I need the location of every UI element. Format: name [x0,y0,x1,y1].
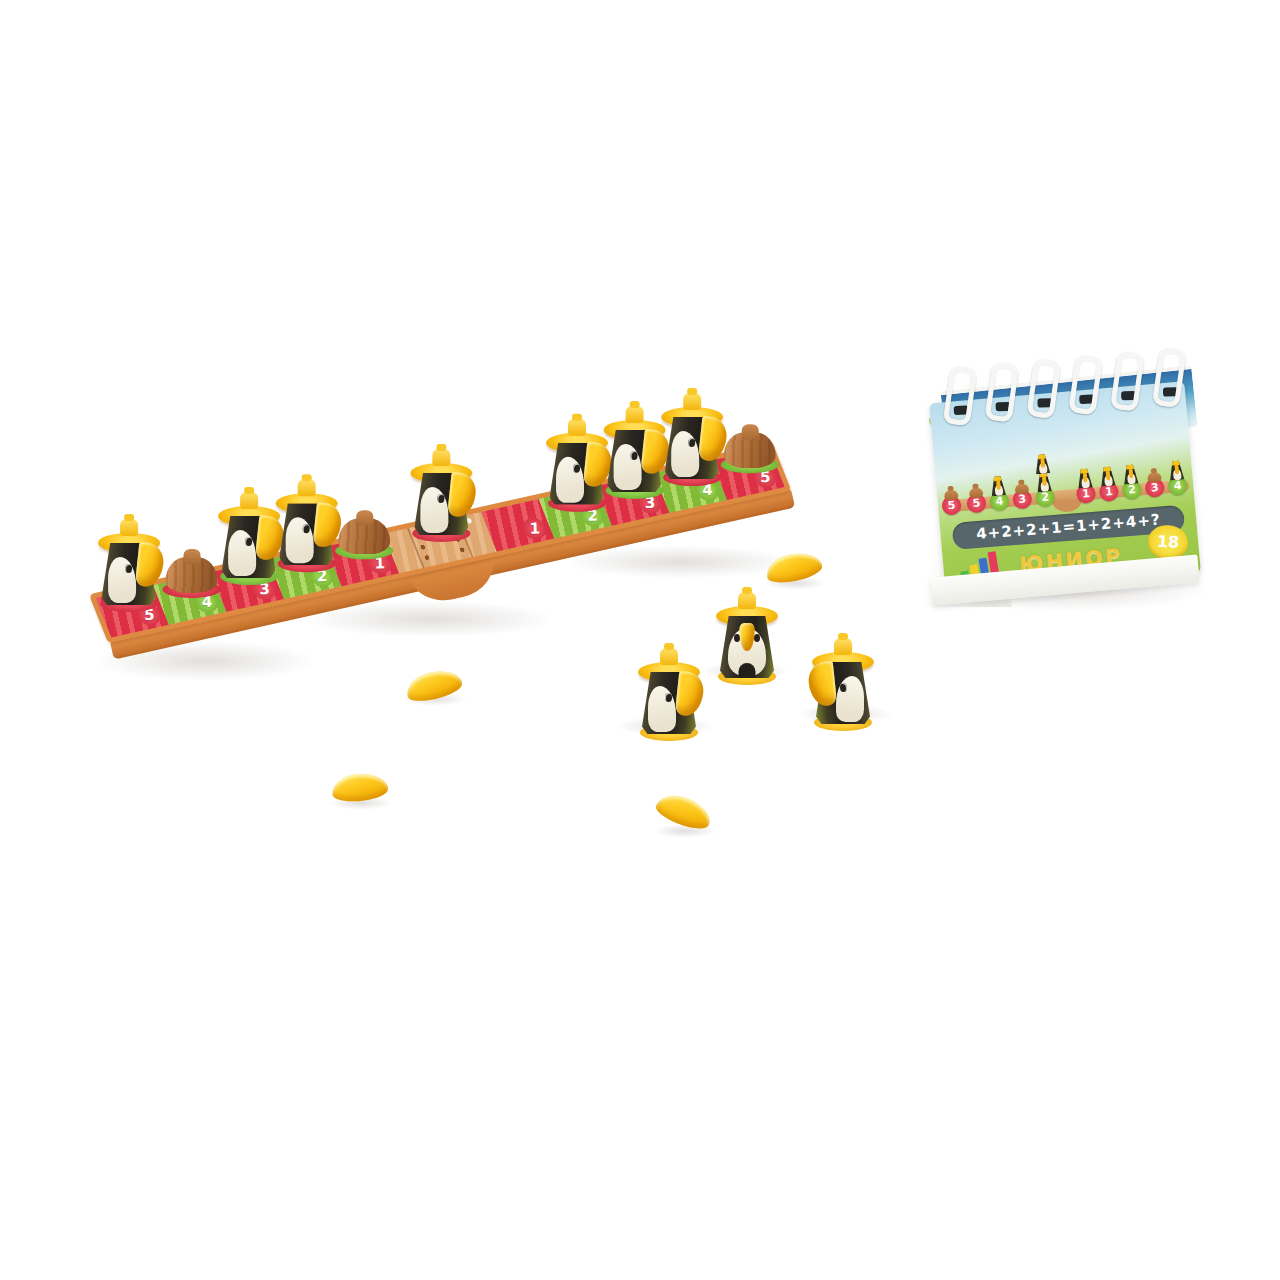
toucan-piece[interactable] [98,525,160,605]
diagram-number: 5 [972,497,981,509]
mini-beak-icon [1128,468,1133,478]
spiral-binding-loop-icon [1026,358,1061,419]
mini-toucan-icon [1167,459,1185,481]
diagram-number: 4 [1173,480,1182,492]
mini-stump-icon [1014,483,1029,494]
diagram-slot: 5 [963,461,987,520]
toucan-hat-knob-icon [834,638,852,655]
mini-beak-icon [1105,470,1110,480]
diagram-number: 1 [1105,486,1114,498]
toucan-piece[interactable] [603,412,665,492]
toucan-hat-knob-icon [660,648,678,665]
toucan-piece[interactable] [275,485,337,565]
mini-stump-icon [943,489,958,500]
mini-toucan-icon [1122,463,1140,485]
diagram-piece [1097,446,1116,487]
toucan-hat-knob-icon [738,592,756,609]
diagram-slot: 1 [1096,450,1120,509]
diagram-piece [1143,442,1162,483]
diagram-number: 3 [1151,482,1160,494]
toucan-piece[interactable] [410,455,472,535]
stump-piece[interactable] [338,510,390,554]
diagram-piece [965,457,984,498]
mini-beak-icon [1082,472,1087,482]
mini-beak-icon [1040,458,1045,468]
puzzle-booklet[interactable]: 5 4 [895,340,1215,605]
diagram-slot: 3 [1142,446,1166,505]
diagram-slot: 3 [1009,457,1033,516]
toucan-piece[interactable] [546,425,608,505]
diagram-piece [1166,440,1185,481]
loose-toucan-piece[interactable] [638,648,700,728]
diagram-number: 4 [995,495,1004,507]
diagram-piece [1074,448,1093,489]
toucan-belly [836,676,864,722]
diagram-piece [1010,453,1029,494]
toucan-hat-knob-icon [683,393,701,410]
toucan-hat-knob-icon [120,519,138,536]
diagram-number: 1 [1082,488,1091,500]
diagram-slot: 4 [1165,443,1189,502]
diagram-piece [940,459,959,500]
loose-toucan-piece-front[interactable] [716,592,778,672]
mini-toucan-icon [989,474,1007,496]
seesaw-beam: 5 4 3 2 1 [81,371,795,660]
mini-beak-icon [996,480,1001,490]
cell-number: 1 [529,521,540,536]
stump-piece[interactable] [165,549,217,593]
spiral-binding-loop-icon [1068,354,1103,415]
spiral-binding-loop-icon [1110,351,1145,412]
mini-stump-icon [1146,472,1161,483]
diagram-piece [987,455,1006,496]
toucan-hat-knob-icon [297,479,315,496]
toucan-hat-knob-icon [240,492,258,509]
diagram-number: 5 [947,500,956,512]
mini-toucan-icon [1033,452,1051,474]
toucan-hat-knob-icon [625,406,643,423]
balance-board[interactable]: 5 4 3 2 1 [112,520,812,680]
mini-stump-icon [968,487,983,498]
stump-piece[interactable] [723,424,775,468]
toucan-hat-knob-icon [568,419,586,436]
cell-number-circle: 1 [520,516,550,542]
mini-toucan-icon [1076,467,1094,489]
diagram-slot: 1 [1073,452,1097,511]
diagram-piece [1033,451,1052,492]
mini-beak-icon [1041,476,1046,486]
photo-stage: 5 4 3 2 1 [0,0,1280,1280]
diagram-number: 2 [1041,491,1050,503]
mini-toucan-icon [1099,465,1117,487]
spiral-binding-loop-icon [943,365,978,426]
diagram-slot: 5 [939,463,963,522]
loose-toucan-piece[interactable] [812,638,874,718]
diagram-piece [1120,444,1139,485]
diagram-slot: 2 [1032,455,1056,514]
toucan-beak-icon [807,661,837,707]
diagram-number: 2 [1128,484,1137,496]
diagram-slot: 2 [1119,448,1143,507]
toucan-piece[interactable] [218,498,280,578]
spiral-binding-loop-icon [1152,347,1187,408]
mini-beak-icon [1174,464,1179,474]
toucan-hat-knob-icon [432,449,450,466]
toucan-piece[interactable] [661,399,723,479]
spiral-binding-loop-icon [985,362,1020,423]
toucan-arch [739,663,756,678]
diagram-number: 3 [1018,493,1027,505]
diagram-slot: 4 [986,459,1010,518]
